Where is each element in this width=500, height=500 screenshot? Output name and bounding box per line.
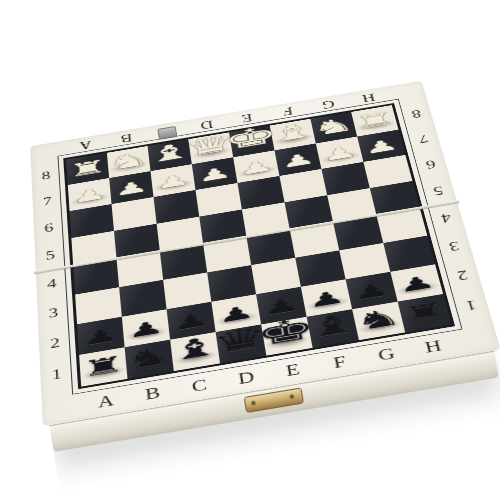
rank-label-4: 4 [439, 210, 452, 225]
square-b1[interactable] [125, 340, 174, 379]
file-label-h: H [361, 90, 377, 104]
rank-label-5: 5 [432, 183, 445, 198]
product-photo: ABCDEFGH ABCDEFGH 87654321 87654321 ♜♞♝♛… [0, 0, 500, 500]
square-e1[interactable] [261, 317, 313, 356]
brass-clasp [244, 387, 304, 413]
file-label-h: H [423, 336, 444, 357]
square-d1[interactable] [216, 324, 267, 363]
square-c1[interactable] [170, 332, 220, 371]
rank-label-2: 2 [50, 335, 61, 352]
file-label-f: F [282, 104, 294, 118]
file-label-e: E [241, 111, 254, 125]
rank-label-1: 1 [464, 297, 478, 314]
file-label-e: E [284, 360, 301, 381]
rank-label-6: 6 [44, 221, 54, 236]
rank-label-2: 2 [455, 267, 469, 283]
file-label-g: G [320, 97, 335, 111]
file-label-c: C [191, 375, 208, 396]
file-label-a: A [79, 138, 93, 152]
square-h1[interactable] [398, 294, 452, 332]
rank-label-5: 5 [45, 248, 55, 263]
file-label-b: B [144, 383, 161, 404]
square-a1[interactable] [79, 347, 127, 386]
file-label-g: G [376, 344, 396, 365]
file-label-d: D [237, 367, 256, 388]
chess-board: ABCDEFGH ABCDEFGH 87654321 87654321 ♜♞♝♛… [30, 81, 500, 426]
rank-label-3: 3 [447, 238, 461, 254]
square-g1[interactable] [352, 302, 405, 341]
file-label-c: C [160, 124, 173, 138]
rank-label-4: 4 [47, 276, 57, 292]
file-label-b: B [120, 131, 133, 145]
rank-label-3: 3 [48, 305, 58, 321]
rank-label-1: 1 [51, 366, 62, 384]
file-label-f: F [331, 352, 347, 372]
file-label-a: A [97, 391, 115, 412]
square-f1[interactable] [307, 309, 359, 348]
file-label-d: D [200, 117, 214, 131]
rank-label-6: 6 [424, 157, 437, 172]
